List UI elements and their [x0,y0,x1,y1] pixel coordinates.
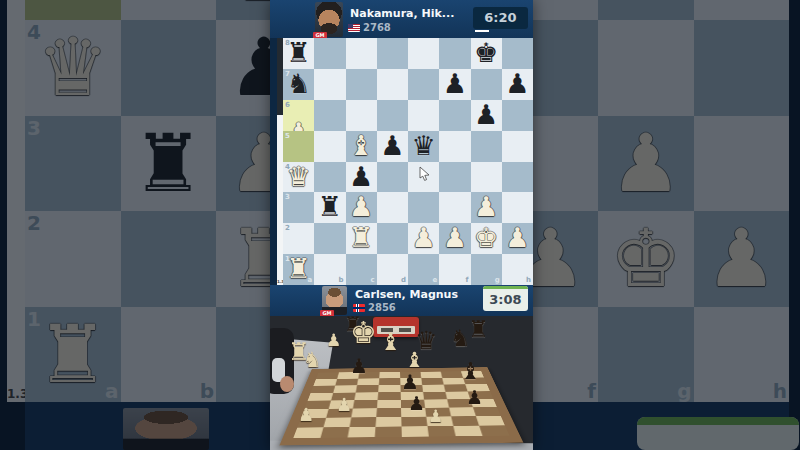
avatar-nakamura: GM [315,2,343,37]
piece-white-e2[interactable]: ♟ [408,223,439,254]
square-h4[interactable] [502,162,533,193]
square-b6[interactable] [314,100,345,131]
piece-white-c5[interactable]: ♝ [346,131,377,162]
rank-label: 3 [285,194,290,201]
square-a1[interactable]: 1a♜ [283,254,314,285]
piece-white-g3[interactable]: ♟ [471,192,502,223]
square-c1[interactable]: c [346,254,377,285]
square-e6[interactable] [408,100,439,131]
square-d8[interactable] [377,38,408,69]
square-c5[interactable]: ♝ [346,131,377,162]
square-g6[interactable]: ♟ [471,100,502,131]
piece-black-h7[interactable]: ♟ [502,69,533,100]
file-label: e [433,277,438,284]
square-c8[interactable] [346,38,377,69]
piece-white-g2[interactable]: ♚ [471,223,502,254]
square-h6[interactable] [502,100,533,131]
photo-piece: ♟ [466,388,483,407]
piece-white-f2[interactable]: ♟ [439,223,470,254]
clock-bottom-active: 3:08 [483,286,528,311]
square-f2[interactable]: ♟ [439,223,470,254]
square-b8[interactable] [314,38,345,69]
bottom-player-bar: GM Carlsen, Magnus 2856 3:08 [270,285,533,316]
chess-app-column: GM Nakamura, Hik... 2768 6:20 1.3 8♜♚7♞♟… [270,0,533,450]
square-a3[interactable]: 3 [283,192,314,223]
square-a4[interactable]: 4♛ [283,162,314,193]
photo-piece: ♟ [428,408,443,425]
piece-black-g8[interactable]: ♚ [471,38,502,69]
square-f5[interactable] [439,131,470,162]
player-rating-top: 2768 [363,22,391,33]
square-h2[interactable]: ♟ [502,223,533,254]
square-e7[interactable] [408,69,439,100]
us-flag-icon [348,24,360,32]
photo-piece: ♟ [401,372,419,392]
file-label: f [465,277,468,284]
square-g4[interactable] [471,162,502,193]
square-f1[interactable]: f [439,254,470,285]
file-label: b [338,277,343,284]
rating-row-top: 2768 [348,22,391,33]
photo-piece: ♛ [415,328,437,353]
square-b1[interactable]: b [314,254,345,285]
piece-black-e5[interactable]: ♛ [408,131,439,162]
photo-piece: ♞ [303,350,322,371]
square-d3[interactable] [377,192,408,223]
file-label: c [371,277,375,284]
photo-piece: ♟ [408,394,425,413]
rank-label: 2 [285,225,290,232]
square-e8[interactable] [408,38,439,69]
square-d6[interactable] [377,100,408,131]
player-name-bottom: Carlsen, Magnus [355,288,458,301]
norway-flag-icon [353,304,365,312]
square-d2[interactable] [377,223,408,254]
clock-accent-strip [483,286,528,289]
piece-white-a4[interactable]: ♛ [283,162,314,193]
square-g1[interactable]: g [471,254,502,285]
square-c3[interactable]: ♟ [346,192,377,223]
square-a5[interactable]: 5 [283,131,314,162]
chessboard[interactable]: 8♜♚7♞♟♟6♟♟5♝♟♛4♛♟3♜♟♟2♜♟♟♚♟1a♜bcdefgh [283,38,533,285]
player-rating-bottom: 2856 [368,302,396,313]
rank-label: 5 [285,133,290,140]
square-d5[interactable]: ♟ [377,131,408,162]
square-b7[interactable] [314,69,345,100]
photo-piece: ♝ [380,330,402,354]
square-d1[interactable]: d [377,254,408,285]
square-c2[interactable]: ♜ [346,223,377,254]
square-e2[interactable]: ♟ [408,223,439,254]
piece-black-f7[interactable]: ♟ [439,69,470,100]
clock-progress-tick [475,30,489,32]
square-g5[interactable] [471,131,502,162]
top-player-bar: GM Nakamura, Hik... 2768 6:20 [270,0,533,38]
square-f4[interactable] [439,162,470,193]
photo-piece: ♟ [298,406,314,424]
photo-piece: ♟ [326,332,341,349]
square-g2[interactable]: ♚ [471,223,502,254]
square-a8[interactable]: 8♜ [283,38,314,69]
square-d7[interactable] [377,69,408,100]
file-label: d [401,277,406,284]
clock-top: 6:20 [473,7,528,29]
piece-black-g6[interactable]: ♟ [471,100,502,131]
square-a6[interactable]: 6♟ [283,100,314,131]
piece-black-a8[interactable]: ♜ [283,38,314,69]
square-b4[interactable] [314,162,345,193]
photo-piece: ♚ [350,318,377,348]
piece-white-a1[interactable]: ♜ [283,254,314,285]
square-g3[interactable]: ♟ [471,192,502,223]
square-h3[interactable] [502,192,533,223]
photo-piece: ♟ [336,396,352,414]
piece-white-c3[interactable]: ♟ [346,192,377,223]
square-a7[interactable]: 7♞ [283,69,314,100]
square-b5[interactable] [314,131,345,162]
clock-bottom-time: 3:08 [489,292,521,307]
mouse-cursor-icon [419,166,430,185]
square-e3[interactable] [408,192,439,223]
board-area: 8♜♚7♞♟♟6♟♟5♝♟♛4♛♟3♜♟♟2♜♟♟♚♟1a♜bcdefgh [283,38,533,285]
file-label: g [495,277,500,284]
square-f7[interactable]: ♟ [439,69,470,100]
square-f8[interactable] [439,38,470,69]
player-name-top: Nakamura, Hik... [350,7,454,20]
square-c7[interactable] [346,69,377,100]
square-e1[interactable]: e [408,254,439,285]
square-f6[interactable] [439,100,470,131]
rank-label: 6 [285,102,290,109]
square-g7[interactable] [471,69,502,100]
square-e5[interactable]: ♛ [408,131,439,162]
piece-black-d5[interactable]: ♟ [377,131,408,162]
screenshot-stage: 1.3 8♜♚7♞♟♟6♟♟5♝♟♛4♛♟3♜♟♟2♜♟♟♚♟1a♜bcdefg… [0,0,800,450]
square-c6[interactable] [346,100,377,131]
physical-board-video: ♜♚♝♟♜♞♟♝♛♟♟♟♟♞♜♝♟♟ [270,316,533,450]
photo-piece: ♟ [350,356,368,376]
player-hand [280,376,294,392]
piece-white-c2[interactable]: ♜ [346,223,377,254]
photo-piece: ♝ [460,360,481,383]
photo-piece: ♜ [468,318,489,341]
square-h7[interactable]: ♟ [502,69,533,100]
piece-white-h2[interactable]: ♟ [502,223,533,254]
piece-black-c4[interactable]: ♟ [346,162,377,193]
square-c4[interactable]: ♟ [346,162,377,193]
square-h5[interactable] [502,131,533,162]
square-h8[interactable] [502,38,533,69]
piece-black-b3[interactable]: ♜ [314,192,345,223]
square-b2[interactable] [314,223,345,254]
square-h1[interactable]: h [502,254,533,285]
file-label: h [526,277,531,284]
square-f3[interactable] [439,192,470,223]
square-a2[interactable]: 2 [283,223,314,254]
rating-row-bottom: 2856 [353,302,396,313]
avatar-carlsen: GM [322,286,347,315]
square-d4[interactable] [377,162,408,193]
square-b3[interactable]: ♜ [314,192,345,223]
square-g8[interactable]: ♚ [471,38,502,69]
piece-black-a7[interactable]: ♞ [283,69,314,100]
